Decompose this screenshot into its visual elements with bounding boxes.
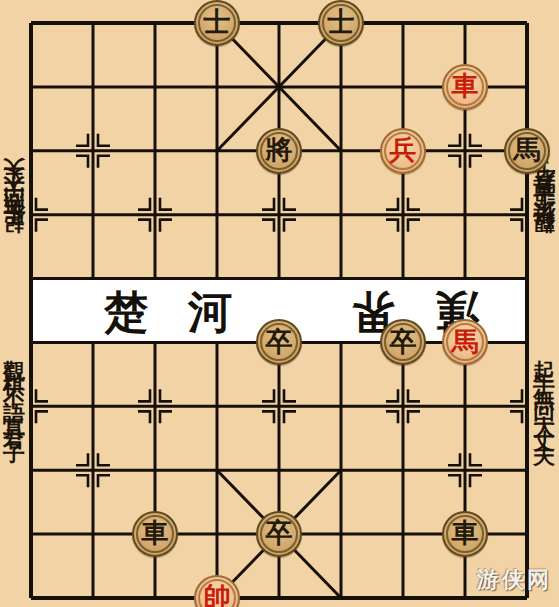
- board-point: [62, 374, 124, 438]
- board-point: [0, 310, 62, 374]
- board-point: [62, 310, 124, 374]
- board-point: [124, 438, 186, 502]
- board-point: [0, 55, 62, 119]
- board-point: [372, 438, 434, 502]
- board-point: [310, 438, 372, 502]
- board-point: [248, 183, 310, 247]
- piece-black-advisor[interactable]: 士: [194, 0, 240, 46]
- board-point: [372, 374, 434, 438]
- board-point: [124, 310, 186, 374]
- board-point: [62, 55, 124, 119]
- board-point: [186, 438, 248, 502]
- board-point: 車: [434, 55, 496, 119]
- board-point: 士: [186, 0, 248, 55]
- board-point: [186, 310, 248, 374]
- piece-glyph: 將: [266, 137, 293, 164]
- board-point: [248, 566, 310, 607]
- board-point: [434, 247, 496, 311]
- piece-red-general[interactable]: 帥: [194, 575, 240, 607]
- board-point: [496, 0, 558, 55]
- board-point: [62, 119, 124, 183]
- board-point: [496, 502, 558, 566]
- board-point: [310, 247, 372, 311]
- board-point: [124, 119, 186, 183]
- piece-black-chariot[interactable]: 車: [132, 511, 178, 557]
- piece-black-soldier[interactable]: 卒: [256, 511, 302, 557]
- board-point: 兵: [372, 119, 434, 183]
- board-point: [310, 183, 372, 247]
- board-point: [186, 119, 248, 183]
- board-point: [496, 183, 558, 247]
- piece-black-horse[interactable]: 馬: [504, 128, 550, 174]
- board-point: [0, 119, 62, 183]
- board-point: 將: [248, 119, 310, 183]
- board-point: [372, 0, 434, 55]
- board-point: [124, 55, 186, 119]
- board-point: 卒: [248, 310, 310, 374]
- board-point: [0, 247, 62, 311]
- board-point: [310, 502, 372, 566]
- board-point: 馬: [434, 310, 496, 374]
- board-point: [248, 55, 310, 119]
- board-point: [62, 502, 124, 566]
- board-point: [248, 0, 310, 55]
- piece-glyph: 卒: [266, 329, 293, 356]
- board-point: [248, 247, 310, 311]
- board-point: [496, 438, 558, 502]
- board-point: [496, 310, 558, 374]
- piece-black-soldier[interactable]: 卒: [256, 319, 302, 365]
- board-point: 士: [310, 0, 372, 55]
- board-point: [434, 0, 496, 55]
- piece-black-soldier[interactable]: 卒: [380, 319, 426, 365]
- board-point: [496, 374, 558, 438]
- board-point: [310, 374, 372, 438]
- board-point: [124, 566, 186, 607]
- piece-glyph: 卒: [266, 520, 293, 547]
- board-point: [62, 183, 124, 247]
- piece-glyph: 馬: [514, 137, 541, 164]
- board-point: [372, 502, 434, 566]
- xiangqi-board-screenshot: 起手無回大丈夫 觀棋不語真君子 觀棋不語真君子 起手無回大丈夫 楚河 漢界 士士…: [0, 0, 559, 607]
- board-point: [434, 374, 496, 438]
- piece-glyph: 車: [452, 73, 479, 100]
- piece-glyph: 卒: [390, 329, 417, 356]
- piece-glyph: 馬: [452, 329, 479, 356]
- piece-black-advisor[interactable]: 士: [318, 0, 364, 46]
- piece-red-soldier[interactable]: 兵: [380, 128, 426, 174]
- board-point: [434, 183, 496, 247]
- watermark-logo: 游侠网: [477, 565, 552, 595]
- board-point: [372, 55, 434, 119]
- board-point: [310, 566, 372, 607]
- board-point: [372, 247, 434, 311]
- board-point: [186, 502, 248, 566]
- board-point: [372, 566, 434, 607]
- board-point: [62, 0, 124, 55]
- board-point: [0, 0, 62, 55]
- board-point: [496, 247, 558, 311]
- piece-glyph: 士: [204, 9, 231, 36]
- board-point: [124, 183, 186, 247]
- piece-red-horse[interactable]: 馬: [442, 319, 488, 365]
- piece-glyph: 兵: [390, 137, 417, 164]
- piece-glyph: 車: [142, 520, 169, 547]
- board-point: [186, 374, 248, 438]
- board-point: [496, 55, 558, 119]
- board-point: [186, 55, 248, 119]
- board-point: [124, 374, 186, 438]
- board-point: [186, 183, 248, 247]
- xiangqi-board: 士士車將兵馬卒卒馬車卒車帥: [0, 0, 558, 607]
- board-point: 卒: [372, 310, 434, 374]
- board-point: [310, 119, 372, 183]
- board-point: [0, 374, 62, 438]
- board-point: [248, 438, 310, 502]
- board-point: 車: [434, 502, 496, 566]
- board-point: [310, 55, 372, 119]
- board-point: 帥: [186, 566, 248, 607]
- board-point: [0, 183, 62, 247]
- board-point: [186, 247, 248, 311]
- piece-glyph: 士: [328, 9, 355, 36]
- board-point: [248, 374, 310, 438]
- board-point: [0, 438, 62, 502]
- board-point: 卒: [248, 502, 310, 566]
- board-point: [372, 183, 434, 247]
- board-point: [310, 310, 372, 374]
- board-point: [434, 438, 496, 502]
- piece-black-chariot[interactable]: 車: [442, 511, 488, 557]
- board-point: [124, 0, 186, 55]
- board-point: [124, 247, 186, 311]
- board-point: [0, 502, 62, 566]
- piece-red-chariot[interactable]: 車: [442, 64, 488, 110]
- board-point: [62, 247, 124, 311]
- piece-black-general[interactable]: 將: [256, 128, 302, 174]
- piece-glyph: 帥: [204, 584, 231, 607]
- board-point: [62, 566, 124, 607]
- board-point: 馬: [496, 119, 558, 183]
- board-point: [0, 566, 62, 607]
- piece-glyph: 車: [452, 520, 479, 547]
- board-point: [434, 119, 496, 183]
- board-point: [62, 438, 124, 502]
- board-point: 車: [124, 502, 186, 566]
